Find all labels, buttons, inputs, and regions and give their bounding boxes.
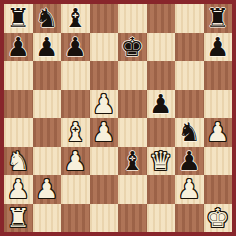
square-e7[interactable]: ♚ [118,33,147,62]
square-h7[interactable]: ♟ [204,33,233,62]
square-b7[interactable]: ♟ [33,33,62,62]
piece-white-king[interactable]: ♚ [206,204,229,233]
square-h5[interactable] [204,90,233,119]
square-b5[interactable] [33,90,62,119]
square-g1[interactable] [175,204,204,233]
piece-black-pawn[interactable]: ♟ [64,33,87,62]
piece-black-pawn[interactable]: ♟ [206,33,229,62]
square-e8[interactable] [118,4,147,33]
square-b4[interactable] [33,118,62,147]
piece-white-pawn[interactable]: ♟ [92,90,115,119]
square-f3[interactable]: ♛ [147,147,176,176]
square-g6[interactable] [175,61,204,90]
square-a6[interactable] [4,61,33,90]
square-a3[interactable]: ♞ [4,147,33,176]
square-c3[interactable]: ♟ [61,147,90,176]
piece-white-pawn[interactable]: ♟ [64,147,87,176]
piece-black-pawn[interactable]: ♟ [35,33,58,62]
square-h1[interactable]: ♚ [204,204,233,233]
square-g5[interactable] [175,90,204,119]
piece-black-bishop[interactable]: ♝ [64,4,87,33]
square-f8[interactable] [147,4,176,33]
square-g4[interactable]: ♞ [175,118,204,147]
square-g3[interactable]: ♟ [175,147,204,176]
square-a5[interactable] [4,90,33,119]
square-d3[interactable] [90,147,119,176]
piece-black-bishop[interactable]: ♝ [121,147,144,176]
square-c7[interactable]: ♟ [61,33,90,62]
piece-white-knight[interactable]: ♞ [7,147,30,176]
square-c6[interactable] [61,61,90,90]
square-h8[interactable]: ♜ [204,4,233,33]
square-f4[interactable] [147,118,176,147]
square-d7[interactable] [90,33,119,62]
piece-white-pawn[interactable]: ♟ [178,175,201,204]
piece-black-pawn[interactable]: ♟ [7,33,30,62]
square-d5[interactable]: ♟ [90,90,119,119]
square-b2[interactable]: ♟ [33,175,62,204]
square-d6[interactable] [90,61,119,90]
piece-white-pawn[interactable]: ♟ [35,175,58,204]
piece-white-pawn[interactable]: ♟ [206,118,229,147]
square-g2[interactable]: ♟ [175,175,204,204]
square-d4[interactable]: ♟ [90,118,119,147]
square-e4[interactable] [118,118,147,147]
square-c2[interactable] [61,175,90,204]
square-f5[interactable]: ♟ [147,90,176,119]
square-b8[interactable]: ♞ [33,4,62,33]
square-h4[interactable]: ♟ [204,118,233,147]
square-c1[interactable] [61,204,90,233]
piece-white-pawn[interactable]: ♟ [92,118,115,147]
square-h3[interactable] [204,147,233,176]
piece-black-knight[interactable]: ♞ [178,118,201,147]
square-d2[interactable] [90,175,119,204]
square-e5[interactable] [118,90,147,119]
square-b3[interactable] [33,147,62,176]
square-c8[interactable]: ♝ [61,4,90,33]
piece-black-pawn[interactable]: ♟ [149,90,172,119]
square-a2[interactable]: ♟ [4,175,33,204]
square-f6[interactable] [147,61,176,90]
square-c5[interactable] [61,90,90,119]
square-e1[interactable] [118,204,147,233]
piece-black-rook[interactable]: ♜ [7,4,30,33]
piece-black-knight[interactable]: ♞ [35,4,58,33]
square-e6[interactable] [118,61,147,90]
piece-white-bishop[interactable]: ♝ [64,118,87,147]
square-h6[interactable] [204,61,233,90]
chess-board: ♜♞♝♜♟♟♟♚♟♟♟♝♟♞♟♞♟♝♛♟♟♟♟♜♚ [4,4,232,232]
square-g8[interactable] [175,4,204,33]
board-frame: ♜♞♝♜♟♟♟♚♟♟♟♝♟♞♟♞♟♝♛♟♟♟♟♜♚ [0,0,236,236]
square-h2[interactable] [204,175,233,204]
square-e3[interactable]: ♝ [118,147,147,176]
square-f1[interactable] [147,204,176,233]
square-f2[interactable] [147,175,176,204]
piece-white-queen[interactable]: ♛ [149,147,172,176]
square-d1[interactable] [90,204,119,233]
square-c4[interactable]: ♝ [61,118,90,147]
square-a8[interactable]: ♜ [4,4,33,33]
square-g7[interactable] [175,33,204,62]
piece-white-pawn[interactable]: ♟ [7,175,30,204]
square-a4[interactable] [4,118,33,147]
square-e2[interactable] [118,175,147,204]
square-a1[interactable]: ♜ [4,204,33,233]
square-b1[interactable] [33,204,62,233]
square-a7[interactable]: ♟ [4,33,33,62]
square-b6[interactable] [33,61,62,90]
square-f7[interactable] [147,33,176,62]
piece-black-rook[interactable]: ♜ [206,4,229,33]
piece-black-king[interactable]: ♚ [121,33,144,62]
square-d8[interactable] [90,4,119,33]
piece-white-rook[interactable]: ♜ [7,204,30,233]
piece-black-pawn[interactable]: ♟ [178,147,201,176]
